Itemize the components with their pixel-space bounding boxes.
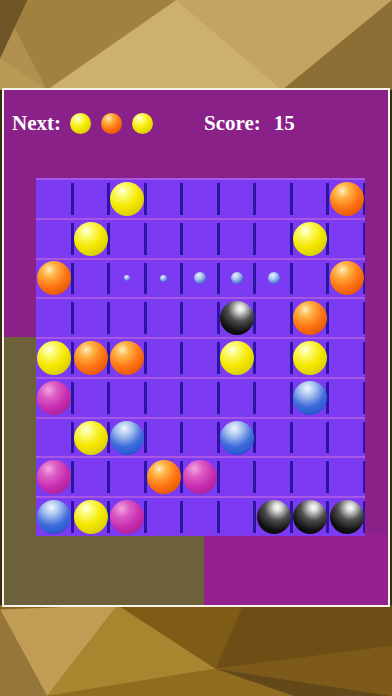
cell-r7c6[interactable] <box>219 419 256 457</box>
cell-r8c3[interactable] <box>109 458 146 496</box>
cell-r9c5[interactable] <box>182 498 219 536</box>
cell-r1c2[interactable] <box>73 180 110 218</box>
ball-yellow[interactable] <box>220 341 254 375</box>
ball-orange[interactable] <box>110 341 144 375</box>
cell-r8c6[interactable] <box>219 458 256 496</box>
score-label: Score: <box>204 110 261 136</box>
cell-r2c9[interactable] <box>328 220 365 258</box>
cell-r6c2[interactable] <box>73 379 110 417</box>
cell-r5c6[interactable] <box>219 339 256 377</box>
cell-r5c5[interactable] <box>182 339 219 377</box>
next-ball-yellow <box>70 113 91 134</box>
cell-r5c8[interactable] <box>292 339 329 377</box>
score-value: 15 <box>274 110 295 136</box>
spawn-dot <box>124 275 130 281</box>
ball-magenta[interactable] <box>37 460 71 494</box>
cell-r6c8[interactable] <box>292 379 329 417</box>
next-balls-indicator: Next: <box>12 110 153 136</box>
spawn-dot <box>194 272 206 284</box>
ball-orange[interactable] <box>74 341 108 375</box>
cell-r7c3[interactable] <box>109 419 146 457</box>
cell-r6c4[interactable] <box>146 379 183 417</box>
cell-r7c5[interactable] <box>182 419 219 457</box>
cell-r4c9[interactable] <box>328 299 365 337</box>
cell-r4c5[interactable] <box>182 299 219 337</box>
cell-r4c4[interactable] <box>146 299 183 337</box>
ball-blue[interactable] <box>37 500 71 534</box>
cell-r3c7[interactable] <box>255 260 292 298</box>
cell-r3c5[interactable] <box>182 260 219 298</box>
cell-r4c3[interactable] <box>109 299 146 337</box>
cell-r9c9[interactable] <box>328 498 365 536</box>
ball-yellow[interactable] <box>37 341 71 375</box>
spawn-dot <box>268 272 280 284</box>
cell-r8c2[interactable] <box>73 458 110 496</box>
cell-r8c7[interactable] <box>255 458 292 496</box>
cell-r9c3[interactable] <box>109 498 146 536</box>
next-ball-orange <box>101 113 122 134</box>
cell-r8c4[interactable] <box>146 458 183 496</box>
app-screen: Next: Score: 15 <box>0 0 392 696</box>
cell-r4c6[interactable] <box>219 299 256 337</box>
cell-r4c1[interactable] <box>36 299 73 337</box>
low-poly-background-top <box>0 0 392 90</box>
cell-r3c9[interactable] <box>328 260 365 298</box>
cell-r7c2[interactable] <box>73 419 110 457</box>
ball-yellow[interactable] <box>74 421 108 455</box>
cell-r7c1[interactable] <box>36 419 73 457</box>
cell-r9c7[interactable] <box>255 498 292 536</box>
ball-black[interactable] <box>220 301 254 335</box>
cell-r7c7[interactable] <box>255 419 292 457</box>
game-board <box>36 178 365 536</box>
ball-blue[interactable] <box>220 421 254 455</box>
score-indicator: Score: 15 <box>204 110 295 136</box>
cell-r8c1[interactable] <box>36 458 73 496</box>
cell-r1c9[interactable] <box>328 180 365 218</box>
ball-yellow[interactable] <box>293 341 327 375</box>
cell-r4c2[interactable] <box>73 299 110 337</box>
cell-r3c4[interactable] <box>146 260 183 298</box>
ball-magenta[interactable] <box>37 381 71 415</box>
ball-black[interactable] <box>257 500 291 534</box>
cell-r9c6[interactable] <box>219 498 256 536</box>
ball-black[interactable] <box>330 500 364 534</box>
cell-r1c5[interactable] <box>182 180 219 218</box>
cell-r5c7[interactable] <box>255 339 292 377</box>
cell-r5c4[interactable] <box>146 339 183 377</box>
cell-r4c7[interactable] <box>255 299 292 337</box>
cell-r1c8[interactable] <box>292 180 329 218</box>
spawn-dot <box>231 272 243 284</box>
cell-r2c5[interactable] <box>182 220 219 258</box>
cell-r2c7[interactable] <box>255 220 292 258</box>
cell-r2c8[interactable] <box>292 220 329 258</box>
cell-r7c8[interactable] <box>292 419 329 457</box>
background-magenta-patch <box>204 534 388 605</box>
ball-yellow[interactable] <box>293 222 327 256</box>
cell-r6c7[interactable] <box>255 379 292 417</box>
cell-r9c4[interactable] <box>146 498 183 536</box>
ball-orange[interactable] <box>147 460 181 494</box>
ball-orange[interactable] <box>37 261 71 295</box>
ball-magenta[interactable] <box>110 500 144 534</box>
next-balls-row <box>70 113 153 134</box>
next-ball-yellow <box>132 113 153 134</box>
cell-r2c4[interactable] <box>146 220 183 258</box>
cell-r1c4[interactable] <box>146 180 183 218</box>
cell-r3c1[interactable] <box>36 260 73 298</box>
cell-r6c5[interactable] <box>182 379 219 417</box>
low-poly-background-bottom <box>0 605 392 696</box>
ball-blue[interactable] <box>110 421 144 455</box>
ball-magenta[interactable] <box>183 460 217 494</box>
cell-r3c3[interactable] <box>109 260 146 298</box>
ball-orange[interactable] <box>330 261 364 295</box>
cell-r3c8[interactable] <box>292 260 329 298</box>
ball-orange[interactable] <box>293 301 327 335</box>
cell-r7c9[interactable] <box>328 419 365 457</box>
cell-r2c3[interactable] <box>109 220 146 258</box>
cell-r9c1[interactable] <box>36 498 73 536</box>
cell-r4c8[interactable] <box>292 299 329 337</box>
cell-r2c6[interactable] <box>219 220 256 258</box>
next-label: Next: <box>12 110 61 136</box>
ball-blue[interactable] <box>293 381 327 415</box>
cell-r9c8[interactable] <box>292 498 329 536</box>
cell-r5c9[interactable] <box>328 339 365 377</box>
cell-r6c6[interactable] <box>219 379 256 417</box>
cell-r1c6[interactable] <box>219 180 256 218</box>
ball-black[interactable] <box>293 500 327 534</box>
ball-yellow[interactable] <box>110 182 144 216</box>
cell-r1c7[interactable] <box>255 180 292 218</box>
cell-r1c1[interactable] <box>36 180 73 218</box>
cell-r5c1[interactable] <box>36 339 73 377</box>
cell-r9c2[interactable] <box>73 498 110 536</box>
cell-r3c2[interactable] <box>73 260 110 298</box>
cell-r2c2[interactable] <box>73 220 110 258</box>
cell-r6c3[interactable] <box>109 379 146 417</box>
cell-r1c3[interactable] <box>109 180 146 218</box>
cell-r6c9[interactable] <box>328 379 365 417</box>
cell-r8c8[interactable] <box>292 458 329 496</box>
ball-orange[interactable] <box>330 182 364 216</box>
game-panel: Next: Score: 15 <box>2 88 390 607</box>
cell-r5c3[interactable] <box>109 339 146 377</box>
ball-yellow[interactable] <box>74 222 108 256</box>
cell-r3c6[interactable] <box>219 260 256 298</box>
spawn-dot <box>160 275 167 282</box>
cell-r2c1[interactable] <box>36 220 73 258</box>
ball-yellow[interactable] <box>74 500 108 534</box>
cell-r5c2[interactable] <box>73 339 110 377</box>
cell-r7c4[interactable] <box>146 419 183 457</box>
cell-r6c1[interactable] <box>36 379 73 417</box>
cell-r8c5[interactable] <box>182 458 219 496</box>
cell-r8c9[interactable] <box>328 458 365 496</box>
